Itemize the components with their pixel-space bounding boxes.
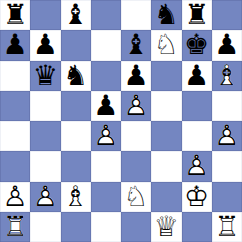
piece-black-pawn[interactable]: ♟ xyxy=(30,30,60,60)
square-b1[interactable] xyxy=(30,212,60,242)
piece-white-rook[interactable]: ♜♖ xyxy=(0,212,30,242)
piece-black-pawn[interactable]: ♟ xyxy=(212,30,242,60)
square-c4[interactable] xyxy=(61,121,91,151)
square-a8[interactable]: ♜ xyxy=(0,0,30,30)
piece-black-rook[interactable]: ♜ xyxy=(0,0,30,30)
square-d6[interactable] xyxy=(91,61,121,91)
white-piece-outline-icon: ♔ xyxy=(182,182,212,212)
square-h2[interactable] xyxy=(212,182,242,212)
white-piece-outline-icon: ♖ xyxy=(0,212,30,242)
black-piece-icon: ♜ xyxy=(0,0,30,30)
white-piece-outline-icon: ♙ xyxy=(91,121,121,151)
square-e5[interactable]: ♟♙ xyxy=(121,91,151,121)
square-g5[interactable] xyxy=(182,91,212,121)
white-piece-outline-icon: ♙ xyxy=(121,91,151,121)
piece-black-knight[interactable]: ♞ xyxy=(61,61,91,91)
piece-white-pawn[interactable]: ♟♙ xyxy=(121,91,151,121)
piece-white-pawn[interactable]: ♟♙ xyxy=(0,182,30,212)
square-c7[interactable] xyxy=(61,30,91,60)
square-e7[interactable]: ♝ xyxy=(121,30,151,60)
square-b7[interactable]: ♟ xyxy=(30,30,60,60)
piece-white-pawn[interactable]: ♟♙ xyxy=(212,121,242,151)
piece-white-king[interactable]: ♚♔ xyxy=(182,182,212,212)
square-d7[interactable] xyxy=(91,30,121,60)
square-f7[interactable]: ♞♘ xyxy=(151,30,181,60)
black-piece-icon: ♚ xyxy=(182,30,212,60)
white-piece-outline-icon: ♕ xyxy=(151,212,181,242)
square-g7[interactable]: ♚ xyxy=(182,30,212,60)
piece-black-rook[interactable]: ♜ xyxy=(182,0,212,30)
square-c2[interactable]: ♝♗ xyxy=(61,182,91,212)
white-piece-outline-icon: ♘ xyxy=(121,182,151,212)
piece-black-pawn[interactable]: ♟ xyxy=(91,91,121,121)
piece-black-bishop[interactable]: ♝ xyxy=(61,0,91,30)
piece-white-bishop[interactable]: ♝♗ xyxy=(212,61,242,91)
piece-black-queen[interactable]: ♛ xyxy=(30,61,60,91)
square-b4[interactable] xyxy=(30,121,60,151)
black-piece-icon: ♝ xyxy=(121,30,151,60)
black-piece-icon: ♟ xyxy=(212,30,242,60)
piece-black-pawn[interactable]: ♟ xyxy=(182,61,212,91)
square-a3[interactable] xyxy=(0,151,30,181)
square-h7[interactable]: ♟ xyxy=(212,30,242,60)
square-h3[interactable] xyxy=(212,151,242,181)
square-a6[interactable] xyxy=(0,61,30,91)
square-h6[interactable]: ♝♗ xyxy=(212,61,242,91)
square-b2[interactable]: ♟♙ xyxy=(30,182,60,212)
white-piece-outline-icon: ♙ xyxy=(212,121,242,151)
square-d4[interactable]: ♟♙ xyxy=(91,121,121,151)
piece-white-rook[interactable]: ♜♖ xyxy=(212,212,242,242)
black-piece-icon: ♜ xyxy=(182,0,212,30)
piece-black-king[interactable]: ♚ xyxy=(182,30,212,60)
white-piece-outline-icon: ♘ xyxy=(151,30,181,60)
square-f6[interactable] xyxy=(151,61,181,91)
square-a2[interactable]: ♟♙ xyxy=(0,182,30,212)
square-h8[interactable] xyxy=(212,0,242,30)
square-d3[interactable] xyxy=(91,151,121,181)
black-piece-icon: ♟ xyxy=(0,30,30,60)
square-c5[interactable] xyxy=(61,91,91,121)
black-piece-icon: ♞ xyxy=(61,61,91,91)
square-a1[interactable]: ♜♖ xyxy=(0,212,30,242)
square-e4[interactable] xyxy=(121,121,151,151)
square-h1[interactable]: ♜♖ xyxy=(212,212,242,242)
square-d2[interactable] xyxy=(91,182,121,212)
square-e2[interactable]: ♞♘ xyxy=(121,182,151,212)
white-piece-outline-icon: ♙ xyxy=(182,151,212,181)
black-piece-icon: ♟ xyxy=(121,61,151,91)
black-piece-icon: ♛ xyxy=(30,61,60,91)
square-d1[interactable] xyxy=(91,212,121,242)
white-piece-outline-icon: ♖ xyxy=(212,212,242,242)
black-piece-icon: ♟ xyxy=(30,30,60,60)
piece-black-bishop[interactable]: ♝ xyxy=(121,30,151,60)
square-e3[interactable] xyxy=(121,151,151,181)
square-b5[interactable] xyxy=(30,91,60,121)
square-g6[interactable]: ♟ xyxy=(182,61,212,91)
square-g1[interactable] xyxy=(182,212,212,242)
piece-black-pawn[interactable]: ♟ xyxy=(0,30,30,60)
piece-white-pawn[interactable]: ♟♙ xyxy=(91,121,121,151)
square-b6[interactable]: ♛ xyxy=(30,61,60,91)
chess-board: ♜♝♞♜♟♟♝♞♘♚♟♛♞♟♟♝♗♟♟♙♟♙♟♙♟♙♟♙♟♙♝♗♞♘♚♔♜♖♛♕… xyxy=(0,0,242,242)
square-f4[interactable] xyxy=(151,121,181,151)
piece-white-pawn[interactable]: ♟♙ xyxy=(182,151,212,181)
square-g8[interactable]: ♜ xyxy=(182,0,212,30)
white-piece-outline-icon: ♙ xyxy=(0,182,30,212)
square-h4[interactable]: ♟♙ xyxy=(212,121,242,151)
piece-black-knight[interactable]: ♞ xyxy=(151,0,181,30)
piece-black-pawn[interactable]: ♟ xyxy=(121,61,151,91)
black-piece-icon: ♟ xyxy=(182,61,212,91)
piece-white-bishop[interactable]: ♝♗ xyxy=(61,182,91,212)
square-h5[interactable] xyxy=(212,91,242,121)
square-e8[interactable] xyxy=(121,0,151,30)
square-f3[interactable] xyxy=(151,151,181,181)
white-piece-outline-icon: ♙ xyxy=(30,182,60,212)
white-piece-outline-icon: ♗ xyxy=(212,61,242,91)
square-c6[interactable]: ♞ xyxy=(61,61,91,91)
square-b3[interactable] xyxy=(30,151,60,181)
square-c8[interactable]: ♝ xyxy=(61,0,91,30)
square-a5[interactable] xyxy=(0,91,30,121)
square-a4[interactable] xyxy=(0,121,30,151)
square-f5[interactable] xyxy=(151,91,181,121)
square-e6[interactable]: ♟ xyxy=(121,61,151,91)
piece-white-knight[interactable]: ♞♘ xyxy=(151,30,181,60)
square-g2[interactable]: ♚♔ xyxy=(182,182,212,212)
black-piece-icon: ♟ xyxy=(91,91,121,121)
square-a7[interactable]: ♟ xyxy=(0,30,30,60)
square-g3[interactable]: ♟♙ xyxy=(182,151,212,181)
piece-white-queen[interactable]: ♛♕ xyxy=(151,212,181,242)
square-f2[interactable] xyxy=(151,182,181,212)
square-d5[interactable]: ♟ xyxy=(91,91,121,121)
square-c1[interactable] xyxy=(61,212,91,242)
white-piece-outline-icon: ♗ xyxy=(61,182,91,212)
piece-white-pawn[interactable]: ♟♙ xyxy=(30,182,60,212)
square-c3[interactable] xyxy=(61,151,91,181)
square-f8[interactable]: ♞ xyxy=(151,0,181,30)
square-g4[interactable] xyxy=(182,121,212,151)
square-f1[interactable]: ♛♕ xyxy=(151,212,181,242)
square-e1[interactable] xyxy=(121,212,151,242)
black-piece-icon: ♞ xyxy=(151,0,181,30)
piece-white-knight[interactable]: ♞♘ xyxy=(121,182,151,212)
square-b8[interactable] xyxy=(30,0,60,30)
square-d8[interactable] xyxy=(91,0,121,30)
black-piece-icon: ♝ xyxy=(61,0,91,30)
